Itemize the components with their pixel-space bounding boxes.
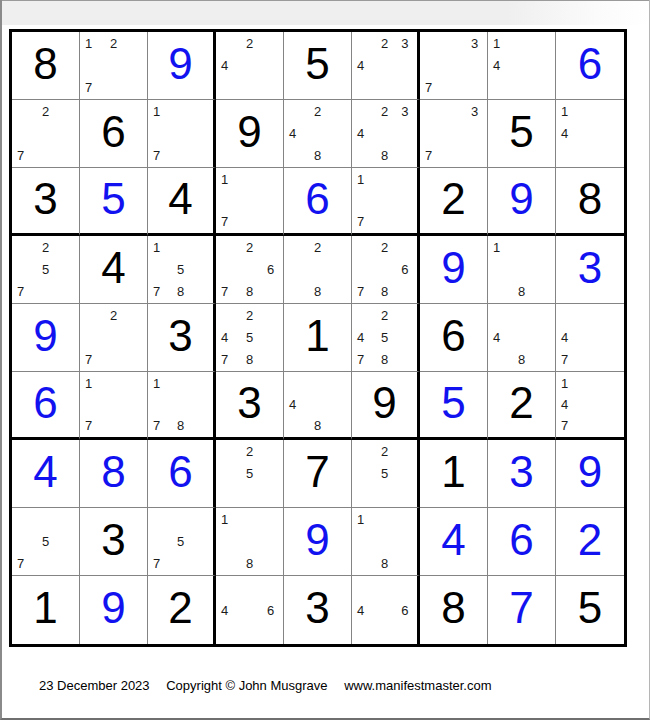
candidate-digit: 1 [558,373,579,394]
candidate-digit: 5 [374,463,394,485]
given-digit: 1 [284,302,351,369]
cell-r4c5[interactable]: 28 [284,236,352,304]
pencil-marks: 178 [148,372,213,437]
cell-r9c3[interactable]: 2 [148,576,216,644]
candidate-digit: 8 [239,280,260,302]
given-digit: 4 [148,166,213,231]
page-topbar [2,0,649,25]
candidate-digit: 4 [354,327,374,349]
candidate-digit: 2 [374,237,394,259]
given-digit: 1 [420,438,487,505]
solved-digit: 2 [556,506,624,573]
cell-r3c4[interactable]: 17 [216,168,284,236]
candidate-digit: 6 [395,599,415,621]
candidate-digit: 7 [82,76,103,98]
cell-r5c7[interactable]: 6 [420,304,488,372]
candidate-digit: 1 [354,509,374,531]
given-digit: 8 [556,166,624,231]
candidate-digit: 7 [354,280,374,302]
cell-r6c2[interactable]: 17 [80,372,148,440]
footer: 23 December 2023 Copyright © John Musgra… [39,678,649,693]
candidate-digit: 7 [150,415,170,436]
pencil-marks: 25 [216,440,283,507]
solved-digit: 9 [80,574,147,642]
given-digit: 5 [556,574,624,642]
cell-r7c2[interactable]: 8 [80,440,148,508]
cell-r5c2[interactable]: 27 [80,304,148,372]
given-digit: 7 [284,438,351,505]
cell-r4c2[interactable]: 4 [80,236,148,304]
cell-r1c1[interactable]: 8 [12,32,80,100]
pencil-marks: 25 [352,440,417,507]
cell-r3c5[interactable]: 6 [284,168,352,236]
cell-r7c1[interactable]: 4 [12,440,80,508]
candidate-digit: 2 [374,101,394,123]
candidate-digit: 7 [82,348,103,370]
candidate-digit: 7 [422,144,443,166]
solved-digit: 6 [556,30,624,97]
candidate-digit: 1 [82,33,103,55]
cell-r7c4[interactable]: 25 [216,440,284,508]
given-digit: 3 [148,302,213,369]
solved-digit: 3 [488,438,555,505]
cell-r4c3[interactable]: 1578 [148,236,216,304]
cell-r9c2[interactable]: 9 [80,576,148,644]
candidate-digit: 2 [103,33,124,55]
candidate-digit: 7 [14,144,35,166]
pencil-marks: 24578 [352,304,417,371]
candidate-digit: 1 [490,237,511,259]
cell-r8c3[interactable]: 57 [148,508,216,576]
cell-r4c4[interactable]: 2678 [216,236,284,304]
candidate-digit: 1 [218,509,239,531]
pencil-marks: 1578 [148,236,213,303]
footer-website: www.manifestmaster.com [344,678,491,693]
candidate-digit: 7 [218,280,239,302]
cell-r1c5[interactable]: 5 [284,32,352,100]
pencil-marks: 248 [284,100,351,167]
candidate-digit: 7 [82,415,103,436]
cell-r3c8[interactable]: 9 [488,168,556,236]
pencil-marks: 57 [12,508,79,575]
cell-r2c4[interactable]: 9 [216,100,284,168]
cell-r3c2[interactable]: 5 [80,168,148,236]
candidate-digit: 7 [218,348,239,370]
cell-r1c6[interactable]: 234 [352,32,420,100]
cell-r5c4[interactable]: 24578 [216,304,284,372]
candidate-digit: 6 [260,259,281,281]
candidate-digit: 4 [218,55,239,77]
cell-r1c7[interactable]: 37 [420,32,488,100]
pencil-marks: 48 [488,304,555,371]
cell-r9c7[interactable]: 8 [420,576,488,644]
cell-r2c6[interactable]: 2348 [352,100,420,168]
solved-digit: 4 [420,506,487,573]
candidate-digit: 5 [374,327,394,349]
solved-digit: 7 [488,574,555,642]
cell-r4c9[interactable]: 3 [556,236,624,304]
cell-r5c3[interactable]: 3 [148,304,216,372]
cell-r6c3[interactable]: 178 [148,372,216,440]
cell-r6c9[interactable]: 147 [556,372,624,440]
solved-digit: 9 [148,30,213,97]
candidate-digit: 8 [511,348,532,370]
candidate-digit: 5 [35,531,56,553]
candidate-digit: 3 [464,101,485,123]
given-digit: 9 [352,370,417,435]
pencil-marks: 2678 [216,236,283,303]
candidate-digit: 4 [490,327,511,349]
pencil-marks: 17 [352,168,417,233]
candidate-digit: 7 [14,552,35,574]
cell-r9c1[interactable]: 1 [12,576,80,644]
cell-r4c1[interactable]: 257 [12,236,80,304]
candidate-digit: 7 [558,348,579,370]
cell-r8c4[interactable]: 18 [216,508,284,576]
pencil-marks: 27 [80,304,147,371]
candidate-digit: 2 [374,305,394,327]
given-digit: 3 [216,370,283,435]
cell-r6c1[interactable]: 6 [12,372,80,440]
cell-r9c5[interactable]: 3 [284,576,352,644]
given-digit: 9 [216,98,283,165]
pencil-marks: 24578 [216,304,283,371]
solved-digit: 6 [12,370,79,435]
candidate-digit: 4 [286,123,307,145]
solved-digit: 9 [420,234,487,301]
cell-r4c6[interactable]: 2678 [352,236,420,304]
cell-r6c6[interactable]: 9 [352,372,420,440]
cell-r8c1[interactable]: 57 [12,508,80,576]
cell-r1c3[interactable]: 9 [148,32,216,100]
cell-r7c5[interactable]: 7 [284,440,352,508]
candidate-digit: 8 [374,348,394,370]
cell-r2c1[interactable]: 27 [12,100,80,168]
given-digit: 3 [80,506,147,573]
cell-r9c8[interactable]: 7 [488,576,556,644]
pencil-marks: 27 [12,100,79,167]
cell-r8c9[interactable]: 2 [556,508,624,576]
candidate-digit: 7 [14,280,35,302]
solved-digit: 6 [488,506,555,573]
candidate-digit: 7 [558,415,579,436]
candidate-digit: 8 [374,552,394,574]
solved-digit: 9 [556,438,624,505]
candidate-digit: 4 [218,327,239,349]
candidate-digit: 8 [239,348,260,370]
pencil-marks: 28 [284,236,351,303]
cell-r7c8[interactable]: 3 [488,440,556,508]
candidate-digit: 7 [150,280,170,302]
cell-r2c7[interactable]: 37 [420,100,488,168]
candidate-digit: 8 [239,552,260,574]
cell-r3c3[interactable]: 4 [148,168,216,236]
cell-r2c8[interactable]: 5 [488,100,556,168]
solved-digit: 9 [12,302,79,369]
candidate-digit: 6 [260,599,281,621]
candidate-digit: 2 [103,305,124,327]
cell-r7c7[interactable]: 1 [420,440,488,508]
cell-r2c5[interactable]: 248 [284,100,352,168]
candidate-digit: 2 [239,33,260,55]
given-digit: 2 [420,166,487,231]
candidate-digit: 2 [307,101,328,123]
solved-digit: 3 [556,234,624,301]
cell-r8c7[interactable]: 4 [420,508,488,576]
solved-digit: 4 [12,438,79,505]
cell-r5c1[interactable]: 9 [12,304,80,372]
candidate-digit: 8 [511,280,532,302]
footer-date: 23 December 2023 [39,678,150,693]
given-digit: 8 [12,30,79,97]
candidate-digit: 5 [239,463,260,485]
given-digit: 1 [12,574,79,642]
candidate-digit: 7 [354,211,374,232]
cell-r5c9[interactable]: 47 [556,304,624,372]
solved-digit: 9 [284,506,351,573]
pencil-marks: 18 [352,508,417,575]
given-digit: 5 [488,98,555,165]
candidate-digit: 8 [170,415,190,436]
pencil-marks: 48 [284,372,351,437]
candidate-digit: 4 [354,55,374,77]
candidate-digit: 5 [170,531,190,553]
cell-r5c5[interactable]: 1 [284,304,352,372]
cell-r8c5[interactable]: 9 [284,508,352,576]
cell-r6c4[interactable]: 3 [216,372,284,440]
cell-r9c4[interactable]: 46 [216,576,284,644]
cell-r1c2[interactable]: 127 [80,32,148,100]
candidate-digit: 8 [170,280,190,302]
candidate-digit: 5 [170,259,190,281]
given-digit: 6 [420,302,487,369]
candidate-digit: 3 [395,101,415,123]
candidate-digit: 4 [490,55,511,77]
candidate-digit: 7 [150,144,170,166]
solved-digit: 8 [80,438,147,505]
candidate-digit: 8 [307,280,328,302]
pencil-marks: 17 [148,100,213,167]
cell-r2c9[interactable]: 14 [556,100,624,168]
pencil-marks: 57 [148,508,213,575]
candidate-digit: 2 [35,101,56,123]
candidate-digit: 1 [354,169,374,190]
cell-r1c9[interactable]: 6 [556,32,624,100]
cell-r2c2[interactable]: 6 [80,100,148,168]
cell-r8c2[interactable]: 3 [80,508,148,576]
pencil-marks: 47 [556,304,624,371]
solved-digit: 5 [420,370,487,435]
candidate-digit: 2 [374,441,394,463]
pencil-marks: 14 [556,100,624,167]
cell-r3c7[interactable]: 2 [420,168,488,236]
pencil-marks: 37 [420,100,487,167]
pencil-marks: 46 [352,576,417,644]
pencil-marks: 257 [12,236,79,303]
cell-r2c3[interactable]: 17 [148,100,216,168]
solved-digit: 9 [488,166,555,231]
footer-copyright: Copyright © John Musgrave [166,678,327,693]
candidate-digit: 4 [354,599,374,621]
cell-r5c8[interactable]: 48 [488,304,556,372]
cell-r7c9[interactable]: 9 [556,440,624,508]
candidate-digit: 7 [218,211,239,232]
cell-r1c8[interactable]: 14 [488,32,556,100]
cell-r4c8[interactable]: 18 [488,236,556,304]
given-digit: 6 [80,98,147,165]
candidate-digit: 4 [286,394,307,415]
candidate-digit: 6 [395,259,415,281]
pencil-marks: 127 [80,32,147,99]
cell-r4c7[interactable]: 9 [420,236,488,304]
candidate-digit: 4 [218,599,239,621]
candidate-digit: 7 [354,348,374,370]
candidate-digit: 5 [239,327,260,349]
given-digit: 8 [420,574,487,642]
given-digit: 5 [284,30,351,97]
pencil-marks: 18 [488,236,555,303]
cell-r8c8[interactable]: 6 [488,508,556,576]
cell-r6c7[interactable]: 5 [420,372,488,440]
cell-r9c6[interactable]: 46 [352,576,420,644]
candidate-digit: 1 [150,237,170,259]
candidate-digit: 2 [35,237,56,259]
candidate-digit: 8 [374,280,394,302]
pencil-marks: 2678 [352,236,417,303]
cell-r7c6[interactable]: 25 [352,440,420,508]
pencil-marks: 17 [216,168,283,233]
cell-r3c6[interactable]: 17 [352,168,420,236]
solved-digit: 6 [284,166,351,231]
candidate-digit: 4 [354,123,374,145]
candidate-digit: 2 [239,305,260,327]
pencil-marks: 2348 [352,100,417,167]
cell-r5c6[interactable]: 24578 [352,304,420,372]
candidate-digit: 1 [490,33,511,55]
pencil-marks: 17 [80,372,147,437]
sudoku-board: 8127924523437146276179248234837514354176… [9,29,627,647]
candidate-digit: 2 [239,237,260,259]
candidate-digit: 7 [150,552,170,574]
pencil-marks: 234 [352,32,417,99]
given-digit: 2 [148,574,213,642]
given-digit: 4 [80,234,147,301]
candidate-digit: 3 [464,33,485,55]
candidate-digit: 1 [150,101,170,123]
page-frame: 8127924523437146276179248234837514354176… [0,0,650,720]
candidate-digit: 4 [558,123,579,145]
pencil-marks: 18 [216,508,283,575]
pencil-marks: 24 [216,32,283,99]
candidate-digit: 2 [239,441,260,463]
candidate-digit: 2 [307,237,328,259]
solved-digit: 6 [148,438,213,505]
candidate-digit: 8 [307,144,328,166]
candidate-digit: 1 [218,169,239,190]
candidate-digit: 3 [395,33,415,55]
candidate-digit: 8 [374,144,394,166]
candidate-digit: 7 [422,76,443,98]
given-digit: 3 [284,574,351,642]
candidate-digit: 8 [307,415,328,436]
given-digit: 2 [488,370,555,435]
pencil-marks: 14 [488,32,555,99]
given-digit: 3 [12,166,79,231]
cell-r3c1[interactable]: 3 [12,168,80,236]
pencil-marks: 147 [556,372,624,437]
candidate-digit: 1 [82,373,103,394]
candidate-digit: 1 [558,101,579,123]
candidate-digit: 2 [374,33,394,55]
candidate-digit: 1 [150,373,170,394]
cell-r9c9[interactable]: 5 [556,576,624,644]
pencil-marks: 37 [420,32,487,99]
candidate-digit: 4 [558,394,579,415]
cell-r6c5[interactable]: 48 [284,372,352,440]
cell-r8c6[interactable]: 18 [352,508,420,576]
pencil-marks: 46 [216,576,283,644]
candidate-digit: 4 [558,327,579,349]
cell-r7c3[interactable]: 6 [148,440,216,508]
cell-r3c9[interactable]: 8 [556,168,624,236]
cell-r1c4[interactable]: 24 [216,32,284,100]
solved-digit: 5 [80,166,147,231]
candidate-digit: 5 [35,259,56,281]
cell-r6c8[interactable]: 2 [488,372,556,440]
